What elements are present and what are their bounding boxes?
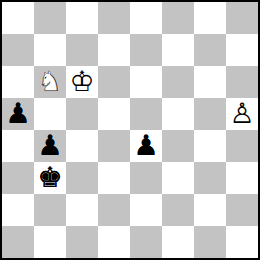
square-h8[interactable] <box>226 2 258 34</box>
square-h7[interactable] <box>226 34 258 66</box>
square-c7[interactable] <box>66 34 98 66</box>
square-b3[interactable]: ♚♚ <box>34 162 66 194</box>
square-d2[interactable] <box>98 194 130 226</box>
square-f1[interactable] <box>162 226 194 258</box>
chess-board: ♞♘♚♔♟♟♟♙♟♟♟♟♚♚ <box>0 0 260 260</box>
square-f5[interactable] <box>162 98 194 130</box>
square-c1[interactable] <box>66 226 98 258</box>
square-e6[interactable] <box>130 66 162 98</box>
square-a5[interactable]: ♟♟ <box>2 98 34 130</box>
square-b7[interactable] <box>34 34 66 66</box>
square-e3[interactable] <box>130 162 162 194</box>
square-e2[interactable] <box>130 194 162 226</box>
square-f7[interactable] <box>162 34 194 66</box>
square-g4[interactable] <box>194 130 226 162</box>
square-e7[interactable] <box>130 34 162 66</box>
square-a6[interactable] <box>2 66 34 98</box>
square-d5[interactable] <box>98 98 130 130</box>
square-b6[interactable]: ♞♘ <box>34 66 66 98</box>
square-g7[interactable] <box>194 34 226 66</box>
square-g5[interactable] <box>194 98 226 130</box>
white-king-icon: ♔ <box>66 66 98 98</box>
white-knight-b6[interactable]: ♞♘ <box>34 66 66 98</box>
square-g8[interactable] <box>194 2 226 34</box>
square-e5[interactable] <box>130 98 162 130</box>
square-d7[interactable] <box>98 34 130 66</box>
square-g6[interactable] <box>194 66 226 98</box>
square-c3[interactable] <box>66 162 98 194</box>
square-d6[interactable] <box>98 66 130 98</box>
white-knight-icon: ♘ <box>34 66 66 98</box>
black-pawn-e4[interactable]: ♟♟ <box>130 130 162 162</box>
square-a8[interactable] <box>2 2 34 34</box>
black-pawn-icon: ♟ <box>2 98 34 130</box>
square-g3[interactable] <box>194 162 226 194</box>
square-a2[interactable] <box>2 194 34 226</box>
black-pawn-b4[interactable]: ♟♟ <box>34 130 66 162</box>
square-a1[interactable] <box>2 226 34 258</box>
square-d3[interactable] <box>98 162 130 194</box>
square-f4[interactable] <box>162 130 194 162</box>
square-b4[interactable]: ♟♟ <box>34 130 66 162</box>
white-king-c6[interactable]: ♚♔ <box>66 66 98 98</box>
square-b2[interactable] <box>34 194 66 226</box>
square-b1[interactable] <box>34 226 66 258</box>
square-a4[interactable] <box>2 130 34 162</box>
white-pawn-icon: ♙ <box>226 98 258 130</box>
square-d1[interactable] <box>98 226 130 258</box>
black-pawn-icon: ♟ <box>34 130 66 162</box>
square-e4[interactable]: ♟♟ <box>130 130 162 162</box>
square-g2[interactable] <box>194 194 226 226</box>
square-h1[interactable] <box>226 226 258 258</box>
square-d8[interactable] <box>98 2 130 34</box>
black-king-b3[interactable]: ♚♚ <box>34 162 66 194</box>
square-h6[interactable] <box>226 66 258 98</box>
square-b5[interactable] <box>34 98 66 130</box>
black-pawn-a5[interactable]: ♟♟ <box>2 98 34 130</box>
square-h2[interactable] <box>226 194 258 226</box>
square-b8[interactable] <box>34 2 66 34</box>
square-h4[interactable] <box>226 130 258 162</box>
square-a3[interactable] <box>2 162 34 194</box>
square-e8[interactable] <box>130 2 162 34</box>
square-a7[interactable] <box>2 34 34 66</box>
square-h3[interactable] <box>226 162 258 194</box>
black-pawn-icon: ♟ <box>130 130 162 162</box>
square-e1[interactable] <box>130 226 162 258</box>
square-c6[interactable]: ♚♔ <box>66 66 98 98</box>
black-king-icon: ♚ <box>34 162 66 194</box>
square-f2[interactable] <box>162 194 194 226</box>
square-c2[interactable] <box>66 194 98 226</box>
square-c4[interactable] <box>66 130 98 162</box>
square-h5[interactable]: ♟♙ <box>226 98 258 130</box>
square-f8[interactable] <box>162 2 194 34</box>
square-g1[interactable] <box>194 226 226 258</box>
square-f3[interactable] <box>162 162 194 194</box>
square-c5[interactable] <box>66 98 98 130</box>
square-c8[interactable] <box>66 2 98 34</box>
square-d4[interactable] <box>98 130 130 162</box>
square-f6[interactable] <box>162 66 194 98</box>
white-pawn-h5[interactable]: ♟♙ <box>226 98 258 130</box>
